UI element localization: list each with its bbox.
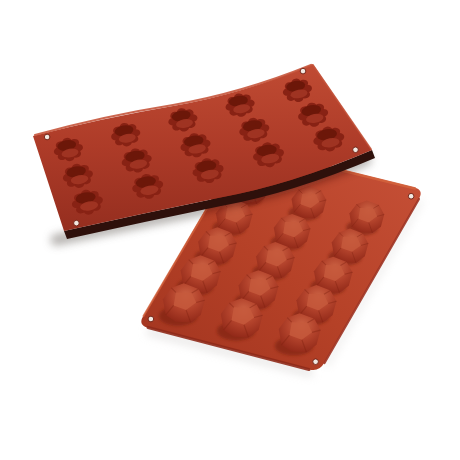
corner-hole: [353, 147, 359, 153]
corner-hole: [313, 359, 319, 365]
product-photo-stage: Two terracotta-red flexible silicone bak…: [0, 0, 460, 460]
corner-hole: [44, 134, 50, 140]
corner-hole: [408, 193, 414, 199]
corner-hole: [74, 220, 80, 226]
corner-hole: [148, 316, 154, 322]
silicone-molds-photo: Two terracotta-red flexible silicone bak…: [0, 0, 460, 460]
corner-hole: [300, 68, 306, 74]
